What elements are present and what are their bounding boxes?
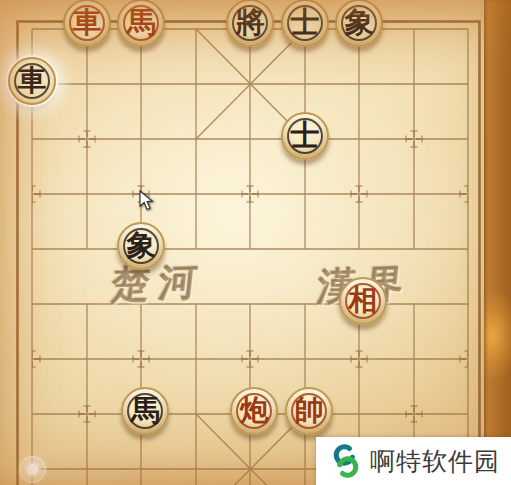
point-marker (348, 183, 370, 205)
piece-glyph: 炮 (240, 396, 269, 425)
mouse-cursor-icon (139, 190, 155, 212)
piece-black-c5[interactable]: 象 (117, 222, 165, 270)
piece-red-e8[interactable]: 炮 (230, 387, 278, 435)
watermark-banner: 啊特软件园 (316, 437, 511, 485)
piece-black-f1[interactable]: 士 (281, 0, 329, 47)
move-hint-dot[interactable] (26, 463, 39, 476)
board-right-edge (484, 0, 511, 485)
piece-glyph: 相 (349, 286, 378, 315)
point-marker (239, 183, 261, 205)
river-label-chu-he: 楚河 (109, 256, 209, 310)
piece-red-g6[interactable]: 相 (339, 277, 387, 325)
piece-glyph: 馬 (131, 396, 160, 425)
piece-red-f8[interactable]: 帥 (285, 387, 333, 435)
piece-red-b1[interactable]: 車 (63, 0, 111, 47)
point-marker (76, 128, 98, 150)
piece-glyph: 士 (291, 121, 320, 150)
watermark-logo-icon (328, 443, 364, 479)
xiangqi-game-screen: 楚河 漢界 車馬將士象車士象相馬炮帥 啊特软件园 (0, 0, 511, 485)
point-marker (348, 348, 370, 370)
point-marker (130, 348, 152, 370)
point-marker (403, 128, 425, 150)
piece-black-e1[interactable]: 將 (226, 0, 274, 47)
piece-black-c8[interactable]: 馬 (121, 387, 169, 435)
piece-glyph: 士 (291, 8, 320, 37)
piece-black-a2[interactable]: 車 (8, 57, 56, 105)
piece-glyph: 象 (127, 231, 156, 260)
piece-glyph: 象 (345, 8, 374, 37)
point-marker (403, 403, 425, 425)
point-marker (76, 403, 98, 425)
piece-glyph: 將 (236, 8, 265, 37)
piece-glyph: 車 (73, 8, 102, 37)
piece-black-g1[interactable]: 象 (335, 0, 383, 47)
piece-glyph: 帥 (295, 396, 324, 425)
piece-glyph: 馬 (127, 8, 156, 37)
watermark-text: 啊特软件园 (370, 445, 500, 478)
piece-red-c1[interactable]: 馬 (117, 0, 165, 47)
piece-black-f3[interactable]: 士 (281, 112, 329, 160)
point-marker (239, 348, 261, 370)
piece-glyph: 車 (18, 66, 47, 95)
